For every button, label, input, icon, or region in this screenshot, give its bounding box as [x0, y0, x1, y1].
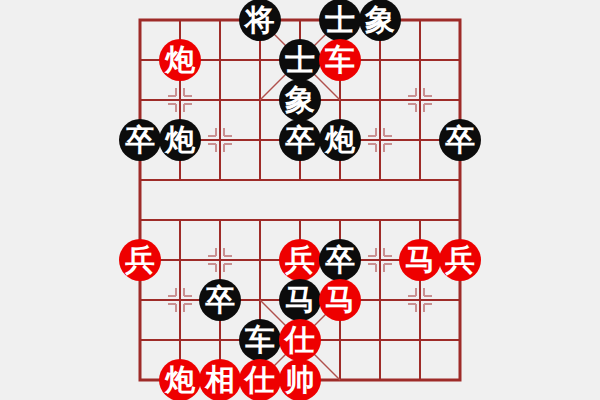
- piece-black-pawn[interactable]: 卒: [119, 119, 161, 161]
- board-point[interactable]: [200, 80, 240, 120]
- piece-red-advisor[interactable]: 仕: [239, 359, 281, 400]
- piece-black-pawn[interactable]: 卒: [279, 119, 321, 161]
- piece-black-pawn[interactable]: 卒: [439, 119, 481, 161]
- board-point[interactable]: [440, 0, 480, 40]
- board-point[interactable]: [320, 160, 360, 200]
- board-point[interactable]: [400, 280, 440, 320]
- board-grid: 将士象炮士车象卒炮卒炮卒兵兵卒马兵卒马马车仕炮相仕帅: [120, 0, 480, 400]
- board-point[interactable]: [200, 200, 240, 240]
- board-point[interactable]: [120, 80, 160, 120]
- board-point[interactable]: [160, 0, 200, 40]
- board-point[interactable]: [160, 320, 200, 360]
- board-point[interactable]: [360, 80, 400, 120]
- board-point[interactable]: [400, 40, 440, 80]
- board-point[interactable]: [200, 240, 240, 280]
- board-point[interactable]: [160, 80, 200, 120]
- board-point[interactable]: [320, 200, 360, 240]
- board-point[interactable]: [360, 240, 400, 280]
- board-point[interactable]: [400, 200, 440, 240]
- board-point[interactable]: [360, 360, 400, 400]
- board-point[interactable]: [120, 280, 160, 320]
- board-point[interactable]: [360, 120, 400, 160]
- board-point[interactable]: [400, 160, 440, 200]
- board-point[interactable]: [200, 320, 240, 360]
- piece-black-horse[interactable]: 马: [279, 279, 321, 321]
- piece-black-pawn[interactable]: 卒: [199, 279, 241, 321]
- board-point[interactable]: [400, 120, 440, 160]
- board-point[interactable]: [440, 320, 480, 360]
- piece-red-horse[interactable]: 马: [319, 279, 361, 321]
- piece-black-chariot[interactable]: 车: [239, 319, 281, 361]
- board-point[interactable]: [120, 200, 160, 240]
- piece-red-pawn[interactable]: 兵: [439, 239, 481, 281]
- piece-red-advisor[interactable]: 仕: [279, 319, 321, 361]
- board-point[interactable]: [400, 0, 440, 40]
- board-point[interactable]: [360, 320, 400, 360]
- board-point[interactable]: [440, 160, 480, 200]
- board-point[interactable]: [400, 360, 440, 400]
- piece-red-pawn[interactable]: 兵: [119, 239, 161, 281]
- board-point[interactable]: [160, 240, 200, 280]
- board-point[interactable]: [440, 80, 480, 120]
- board-point[interactable]: [440, 40, 480, 80]
- board-point[interactable]: [160, 200, 200, 240]
- board-point[interactable]: [400, 80, 440, 120]
- board-point[interactable]: [320, 360, 360, 400]
- board-point[interactable]: [360, 200, 400, 240]
- board-point[interactable]: [400, 320, 440, 360]
- board-point[interactable]: [200, 0, 240, 40]
- board-point[interactable]: [200, 160, 240, 200]
- piece-black-advisor[interactable]: 士: [279, 39, 321, 81]
- board-point[interactable]: [240, 240, 280, 280]
- piece-black-advisor[interactable]: 士: [319, 0, 361, 41]
- board-point[interactable]: [240, 80, 280, 120]
- piece-red-cannon[interactable]: 炮: [159, 39, 201, 81]
- board-point[interactable]: [320, 80, 360, 120]
- piece-black-cannon[interactable]: 炮: [159, 119, 201, 161]
- piece-red-horse[interactable]: 马: [399, 239, 441, 281]
- board-point[interactable]: [120, 320, 160, 360]
- board-point[interactable]: [280, 0, 320, 40]
- board-point[interactable]: [440, 360, 480, 400]
- board-point[interactable]: [240, 40, 280, 80]
- piece-black-elephant[interactable]: 象: [279, 79, 321, 121]
- board-point[interactable]: [360, 280, 400, 320]
- board-point[interactable]: [440, 200, 480, 240]
- board-point[interactable]: [200, 120, 240, 160]
- board-point[interactable]: [200, 40, 240, 80]
- piece-red-cannon[interactable]: 炮: [159, 359, 201, 400]
- board-point[interactable]: [280, 200, 320, 240]
- piece-red-elephant[interactable]: 相: [199, 359, 241, 400]
- piece-black-elephant[interactable]: 象: [359, 0, 401, 41]
- board-point[interactable]: [240, 160, 280, 200]
- board-point[interactable]: [360, 40, 400, 80]
- piece-black-pawn[interactable]: 卒: [319, 239, 361, 281]
- board-point[interactable]: [120, 0, 160, 40]
- board-point[interactable]: [240, 120, 280, 160]
- piece-red-king[interactable]: 帅: [279, 359, 321, 400]
- piece-red-chariot[interactable]: 车: [319, 39, 361, 81]
- piece-black-cannon[interactable]: 炮: [319, 119, 361, 161]
- board-point[interactable]: [120, 40, 160, 80]
- board-point[interactable]: [360, 160, 400, 200]
- board-point[interactable]: [240, 280, 280, 320]
- piece-red-pawn[interactable]: 兵: [279, 239, 321, 281]
- piece-black-king[interactable]: 将: [239, 0, 281, 41]
- board-point[interactable]: [240, 200, 280, 240]
- board-point[interactable]: [120, 160, 160, 200]
- xiangqi-board: 将士象炮士车象卒炮卒炮卒兵兵卒马兵卒马马车仕炮相仕帅: [0, 0, 600, 400]
- board-point[interactable]: [320, 320, 360, 360]
- board-point[interactable]: [440, 280, 480, 320]
- board-point[interactable]: [160, 160, 200, 200]
- board-point[interactable]: [160, 280, 200, 320]
- board-point[interactable]: [120, 360, 160, 400]
- board-point[interactable]: [280, 160, 320, 200]
